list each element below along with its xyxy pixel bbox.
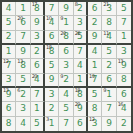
cell-r5-c1[interactable]: 127 <box>2 59 16 73</box>
digit: 3 <box>49 90 55 99</box>
digit: 6 <box>63 47 69 56</box>
digit: 6 <box>92 4 98 13</box>
cell-r5-c6[interactable]: 4 <box>74 59 88 73</box>
cell-r1-c2[interactable]: 1 <box>16 2 30 16</box>
digit: 6 <box>77 119 83 128</box>
cell-r6-c2[interactable]: 5 <box>16 74 30 88</box>
cage-sum: 9 <box>60 16 63 21</box>
digit: 5 <box>6 18 12 27</box>
digit: 4 <box>63 90 69 99</box>
digit: 7 <box>77 47 83 56</box>
cell-r8-c7[interactable]: 8 <box>88 102 102 116</box>
digit: 1 <box>77 75 83 84</box>
cage-sum: 13 <box>17 59 22 64</box>
cell-r3-c5[interactable]: 208 <box>59 31 73 45</box>
cage-sum: 12 <box>89 117 94 122</box>
digit: 5 <box>106 47 112 56</box>
digit: 7 <box>20 32 26 41</box>
cell-r1-c1[interactable]: 4 <box>2 2 16 16</box>
cell-r6-c8[interactable]: 6 <box>102 74 116 88</box>
cage-sum: 20 <box>32 74 37 79</box>
cell-r5-c3[interactable]: 6 <box>31 59 45 73</box>
digit: 7 <box>49 4 55 13</box>
cell-r1-c8[interactable]: 213 <box>102 2 116 16</box>
cell-r8-c6[interactable]: 209 <box>74 102 88 116</box>
cell-r8-c2[interactable]: 3 <box>16 102 30 116</box>
cell-r4-c6[interactable]: 7 <box>74 45 88 59</box>
digit: 5 <box>63 104 69 113</box>
cage-sum: 11 <box>103 31 108 36</box>
digit: 1 <box>20 4 26 13</box>
digit: 9 <box>63 4 69 13</box>
cage-sum: 16 <box>118 102 123 107</box>
cell-r2-c9[interactable]: 7 <box>117 16 131 30</box>
cell-r9-c8[interactable]: 9 <box>102 117 116 131</box>
digit: 9 <box>49 75 55 84</box>
digit: 7 <box>106 104 112 113</box>
digit: 4 <box>92 47 98 56</box>
cell-r7-c4[interactable]: 3 <box>45 88 59 102</box>
digit: 2 <box>77 4 83 13</box>
digit: 2 <box>63 75 69 84</box>
cell-r6-c6[interactable]: 1 <box>74 74 88 88</box>
digit: 8 <box>106 18 112 27</box>
digit: 7 <box>121 18 127 27</box>
cell-r4-c8[interactable]: 5 <box>102 45 116 59</box>
cage-sum: 26 <box>75 31 80 36</box>
cage-sum: 20 <box>60 31 65 36</box>
cage-sum: 13 <box>118 59 123 64</box>
cell-r2-c7[interactable]: 2 <box>88 16 102 30</box>
digit: 2 <box>20 90 26 99</box>
cell-r9-c1[interactable]: 8 <box>2 117 16 131</box>
cage-sum: 9 <box>103 88 106 93</box>
cell-r3-c2[interactable]: 7 <box>16 31 30 45</box>
cell-r3-c7[interactable]: 9 <box>88 31 102 45</box>
digit: 2 <box>121 119 127 128</box>
digit: 8 <box>92 104 98 113</box>
cell-r6-c5[interactable]: 92 <box>59 74 73 88</box>
cell-r7-c2[interactable]: 62 <box>16 88 30 102</box>
cell-r4-c3[interactable]: 2 <box>31 45 45 59</box>
digit: 2 <box>6 32 12 41</box>
cell-r6-c4[interactable]: 9 <box>45 74 59 88</box>
digit: 8 <box>121 75 127 84</box>
cell-r8-c3[interactable]: 1 <box>31 102 45 116</box>
digit: 9 <box>20 47 26 56</box>
cage-sum: 9 <box>60 74 63 79</box>
cell-r6-c1[interactable]: 3 <box>2 74 16 88</box>
digit: 3 <box>20 104 26 113</box>
cell-r7-c8[interactable]: 91 <box>102 88 116 102</box>
cell-r9-c5[interactable]: 7 <box>59 117 73 131</box>
cell-r6-c9[interactable]: 8 <box>117 74 131 88</box>
cell-r9-c7[interactable]: 123 <box>88 117 102 131</box>
cell-r9-c2[interactable]: 4 <box>16 117 30 131</box>
digit: 6 <box>6 104 12 113</box>
digit: 6 <box>106 75 112 84</box>
cell-r3-c8[interactable]: 114 <box>102 31 116 45</box>
digit: 8 <box>6 119 12 128</box>
cage-sum: 12 <box>3 59 8 64</box>
cage-sum: 17 <box>32 2 37 7</box>
cell-r4-c1[interactable]: 1 <box>2 45 16 59</box>
digit: 6 <box>49 32 55 41</box>
cell-r9-c9[interactable]: 2 <box>117 117 131 131</box>
cell-r7-c6[interactable]: 188 <box>74 88 88 102</box>
cell-r8-c4[interactable]: 2 <box>45 102 59 116</box>
digit: 2 <box>106 61 112 70</box>
digit: 7 <box>34 90 40 99</box>
cell-r9-c4[interactable]: 31 <box>45 117 59 131</box>
cage-sum: 10 <box>46 16 51 21</box>
digit: 7 <box>63 119 69 128</box>
cell-r2-c8[interactable]: 8 <box>102 16 116 30</box>
digit: 2 <box>34 47 40 56</box>
cell-r9-c6[interactable]: 6 <box>74 117 88 131</box>
cell-r8-c8[interactable]: 7 <box>102 102 116 116</box>
cell-r2-c4[interactable]: 104 <box>45 16 59 30</box>
digit: 6 <box>121 90 127 99</box>
digit: 1 <box>49 119 55 128</box>
digit: 2 <box>49 104 55 113</box>
cell-r7-c9[interactable]: 6 <box>117 88 131 102</box>
cell-r1-c3[interactable]: 178 <box>31 2 45 16</box>
cell-r7-c1[interactable]: 139 <box>2 88 16 102</box>
cell-r3-c4[interactable]: 6 <box>45 31 59 45</box>
cage-sum: 20 <box>75 102 80 107</box>
cell-r8-c9[interactable]: 164 <box>117 102 131 116</box>
cell-r3-c9[interactable]: 1 <box>117 31 131 45</box>
cell-r2-c6[interactable]: 3 <box>74 16 88 30</box>
cell-r9-c3[interactable]: 5 <box>31 117 45 131</box>
cell-r8-c1[interactable]: 6 <box>2 102 16 116</box>
digit: 3 <box>77 18 83 27</box>
digit: 2 <box>92 18 98 27</box>
digit: 5 <box>121 4 127 13</box>
cage-sum: 13 <box>3 88 8 93</box>
digit: 1 <box>121 32 127 41</box>
cell-r5-c9[interactable]: 139 <box>117 59 131 73</box>
digit: 1 <box>63 18 69 27</box>
cell-r5-c4[interactable]: 5 <box>45 59 59 73</box>
digit: 5 <box>20 75 26 84</box>
cage-sum: 19 <box>89 74 94 79</box>
cell-r7-c5[interactable]: 4 <box>59 88 73 102</box>
digit: 6 <box>34 61 40 70</box>
digit: 9 <box>92 32 98 41</box>
cell-r8-c5[interactable]: 5 <box>59 102 73 116</box>
digit: 4 <box>20 119 26 128</box>
digit: 4 <box>6 4 12 13</box>
digit: 9 <box>106 119 112 128</box>
cell-r2-c2[interactable]: 206 <box>16 16 30 30</box>
digit: 5 <box>92 90 98 99</box>
cell-r3-c3[interactable]: 3 <box>31 31 45 45</box>
digit: 3 <box>63 61 69 70</box>
cell-r2-c3[interactable]: 9 <box>31 16 45 30</box>
cell-r1-c6[interactable]: 82 <box>74 2 88 16</box>
cell-r4-c7[interactable]: 4 <box>88 45 102 59</box>
cage-sum: 8 <box>75 2 78 7</box>
cage-sum: 21 <box>103 2 108 7</box>
digit: 3 <box>34 32 40 41</box>
digit: 3 <box>6 75 12 84</box>
digit: 1 <box>34 104 40 113</box>
cell-r4-c9[interactable]: 3 <box>117 45 131 59</box>
cage-sum: 18 <box>75 88 80 93</box>
cell-r6-c3[interactable]: 204 <box>31 74 45 88</box>
cage-sum: 6 <box>17 88 20 93</box>
cell-r7-c3[interactable]: 7 <box>31 88 45 102</box>
cell-r1-c9[interactable]: 5 <box>117 2 131 16</box>
cell-r4-c4[interactable]: 188 <box>45 45 59 59</box>
digit: 1 <box>106 90 112 99</box>
cell-r5-c5[interactable]: 3 <box>59 59 73 73</box>
cell-r6-c7[interactable]: 197 <box>88 74 102 88</box>
digit: 5 <box>34 119 40 128</box>
cell-r3-c1[interactable]: 2 <box>2 31 16 45</box>
cell-r1-c4[interactable]: 7 <box>45 2 59 16</box>
cell-r5-c8[interactable]: 2 <box>102 59 116 73</box>
cell-r1-c7[interactable]: 6 <box>88 2 102 16</box>
cage-sum: 18 <box>46 45 51 50</box>
cell-r7-c7[interactable]: 5 <box>88 88 102 102</box>
digit: 1 <box>6 47 12 56</box>
cell-r2-c5[interactable]: 91 <box>59 16 73 30</box>
cell-r5-c2[interactable]: 138 <box>16 59 30 73</box>
cell-r4-c2[interactable]: 9 <box>16 45 30 59</box>
killer-sudoku-board: 4117879826213552069104913287273620826591… <box>0 0 133 133</box>
cage-sum: 20 <box>17 16 22 21</box>
cell-r4-c5[interactable]: 6 <box>59 45 73 59</box>
cage-sum: 3 <box>46 117 49 122</box>
cell-r5-c7[interactable]: 1 <box>88 59 102 73</box>
cell-r3-c6[interactable]: 265 <box>74 31 88 45</box>
cell-r1-c5[interactable]: 9 <box>59 2 73 16</box>
digit: 4 <box>77 61 83 70</box>
digit: 3 <box>121 47 127 56</box>
digit: 5 <box>49 61 55 70</box>
cell-r2-c1[interactable]: 5 <box>2 16 16 30</box>
digit: 9 <box>34 18 40 27</box>
digit: 1 <box>92 61 98 70</box>
